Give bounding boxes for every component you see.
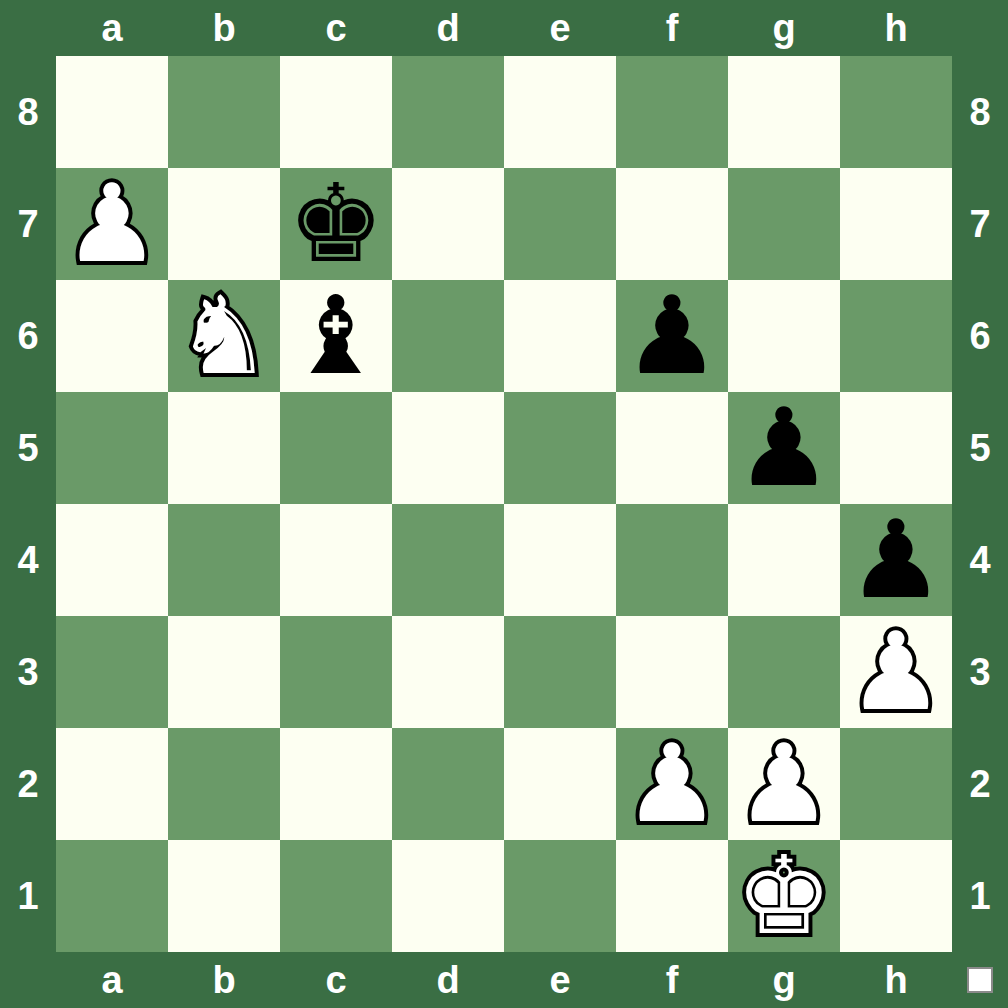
square-c6[interactable]: ♝ [280,280,392,392]
square-b5[interactable] [168,392,280,504]
square-d7[interactable] [392,168,504,280]
square-g6[interactable] [728,280,840,392]
square-h8[interactable] [840,56,952,168]
rank-label-4-right: 4 [952,504,1008,616]
square-g5[interactable]: ♟ [728,392,840,504]
square-h2[interactable] [840,728,952,840]
square-h5[interactable] [840,392,952,504]
square-a8[interactable] [56,56,168,168]
square-h1[interactable] [840,840,952,952]
white-to-move-indicator [967,967,993,993]
square-b6[interactable]: ♞ [168,280,280,392]
square-b2[interactable] [168,728,280,840]
white-king: ♚ [736,842,833,950]
square-h6[interactable] [840,280,952,392]
square-c8[interactable] [280,56,392,168]
rank-label-7-left: 7 [0,168,56,280]
square-e8[interactable] [504,56,616,168]
file-label-b-top: b [168,0,280,56]
square-e6[interactable] [504,280,616,392]
square-b1[interactable] [168,840,280,952]
square-e4[interactable] [504,504,616,616]
square-g4[interactable] [728,504,840,616]
square-a7[interactable]: ♟ [56,168,168,280]
rank-label-1-right: 1 [952,840,1008,952]
square-a3[interactable] [56,616,168,728]
square-b3[interactable] [168,616,280,728]
square-g8[interactable] [728,56,840,168]
board-frame: abcdefgh 87654321 ♟♚♞♝♟♟♟♟♟♟♚ 87654321 a… [0,0,1008,1008]
rank-label-5-right: 5 [952,392,1008,504]
square-a4[interactable] [56,504,168,616]
rank-label-2-right: 2 [952,728,1008,840]
white-pawn: ♟ [736,730,833,838]
square-b7[interactable] [168,168,280,280]
square-g3[interactable] [728,616,840,728]
rank-label-8-left: 8 [0,56,56,168]
black-pawn: ♟ [736,394,833,502]
file-label-b-bottom: b [168,952,280,1008]
square-d4[interactable] [392,504,504,616]
square-g7[interactable] [728,168,840,280]
square-e5[interactable] [504,392,616,504]
square-h4[interactable]: ♟ [840,504,952,616]
square-d6[interactable] [392,280,504,392]
rank-label-3-right: 3 [952,616,1008,728]
chess-board: ♟♚♞♝♟♟♟♟♟♟♚ [56,56,952,952]
file-labels-bottom: abcdefgh [56,952,952,1008]
square-c5[interactable] [280,392,392,504]
square-e3[interactable] [504,616,616,728]
file-label-a-bottom: a [56,952,168,1008]
square-f1[interactable] [616,840,728,952]
square-f4[interactable] [616,504,728,616]
black-pawn: ♟ [848,506,945,614]
file-label-f-top: f [616,0,728,56]
file-labels-top: abcdefgh [56,0,952,56]
square-f5[interactable] [616,392,728,504]
rank-label-6-left: 6 [0,280,56,392]
square-f7[interactable] [616,168,728,280]
rank-label-6-right: 6 [952,280,1008,392]
square-a5[interactable] [56,392,168,504]
file-label-c-bottom: c [280,952,392,1008]
rank-label-3-left: 3 [0,616,56,728]
rank-label-4-left: 4 [0,504,56,616]
file-label-g-bottom: g [728,952,840,1008]
white-pawn: ♟ [624,730,721,838]
black-bishop: ♝ [288,282,385,390]
square-b4[interactable] [168,504,280,616]
square-f2[interactable]: ♟ [616,728,728,840]
square-e2[interactable] [504,728,616,840]
rank-labels-right: 87654321 [952,56,1008,952]
white-knight: ♞ [176,282,273,390]
file-label-f-bottom: f [616,952,728,1008]
file-label-c-top: c [280,0,392,56]
file-label-e-bottom: e [504,952,616,1008]
file-label-g-top: g [728,0,840,56]
white-pawn: ♟ [848,618,945,726]
square-c7[interactable]: ♚ [280,168,392,280]
square-d3[interactable] [392,616,504,728]
square-h3[interactable]: ♟ [840,616,952,728]
square-c1[interactable] [280,840,392,952]
rank-labels-left: 87654321 [0,56,56,952]
rank-label-7-right: 7 [952,168,1008,280]
file-label-d-top: d [392,0,504,56]
file-label-a-top: a [56,0,168,56]
file-label-d-bottom: d [392,952,504,1008]
rank-label-2-left: 2 [0,728,56,840]
square-a1[interactable] [56,840,168,952]
file-label-h-bottom: h [840,952,952,1008]
rank-label-8-right: 8 [952,56,1008,168]
square-e7[interactable] [504,168,616,280]
square-c2[interactable] [280,728,392,840]
square-c3[interactable] [280,616,392,728]
rank-label-1-left: 1 [0,840,56,952]
square-f3[interactable] [616,616,728,728]
square-f8[interactable] [616,56,728,168]
square-d2[interactable] [392,728,504,840]
square-d8[interactable] [392,56,504,168]
file-label-h-top: h [840,0,952,56]
square-c4[interactable] [280,504,392,616]
square-f6[interactable]: ♟ [616,280,728,392]
square-a6[interactable] [56,280,168,392]
square-g1[interactable]: ♚ [728,840,840,952]
square-d1[interactable] [392,840,504,952]
black-pawn: ♟ [624,282,721,390]
square-g2[interactable]: ♟ [728,728,840,840]
file-label-e-top: e [504,0,616,56]
square-h7[interactable] [840,168,952,280]
square-b8[interactable] [168,56,280,168]
square-d5[interactable] [392,392,504,504]
square-a2[interactable] [56,728,168,840]
black-king: ♚ [288,170,385,278]
rank-label-5-left: 5 [0,392,56,504]
square-e1[interactable] [504,840,616,952]
white-pawn: ♟ [64,170,161,278]
